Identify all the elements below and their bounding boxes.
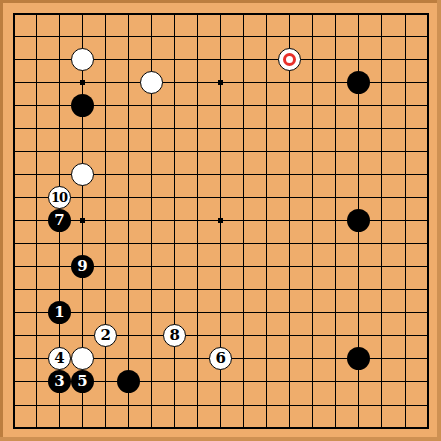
stone-white[interactable] bbox=[140, 71, 163, 94]
star-point bbox=[80, 80, 85, 85]
stone-number: 3 bbox=[54, 374, 64, 389]
stone-white[interactable] bbox=[278, 48, 301, 71]
stone-black[interactable] bbox=[117, 370, 140, 393]
grid-line bbox=[13, 405, 430, 406]
stone-number: 2 bbox=[100, 328, 110, 343]
stone-black[interactable]: 3 bbox=[48, 370, 71, 393]
grid-line bbox=[243, 13, 244, 430]
stone-white[interactable] bbox=[71, 347, 94, 370]
circle-marker-icon bbox=[283, 53, 296, 66]
stone-number: 7 bbox=[54, 213, 64, 228]
bevel-top-edge bbox=[0, 0, 441, 3]
stone-number: 5 bbox=[77, 374, 87, 389]
stone-black[interactable] bbox=[347, 209, 370, 232]
stone-white[interactable] bbox=[71, 163, 94, 186]
stone-number: 4 bbox=[54, 351, 64, 366]
stone-white[interactable] bbox=[71, 48, 94, 71]
star-point bbox=[218, 218, 223, 223]
grid-line bbox=[335, 13, 336, 430]
stone-black[interactable] bbox=[347, 71, 370, 94]
grid-line bbox=[13, 427, 430, 429]
stone-white[interactable]: 2 bbox=[94, 324, 117, 347]
grid-line bbox=[289, 13, 290, 430]
stone-number: 9 bbox=[77, 259, 87, 274]
grid-line bbox=[381, 13, 382, 430]
bevel-right-edge bbox=[437, 0, 441, 441]
grid-line bbox=[312, 13, 313, 430]
stone-black[interactable]: 1 bbox=[48, 301, 71, 324]
stone-white[interactable]: 4 bbox=[48, 347, 71, 370]
grid-line bbox=[13, 312, 430, 313]
bevel-bottom-edge bbox=[0, 437, 441, 441]
stone-black[interactable]: 7 bbox=[48, 209, 71, 232]
star-point bbox=[80, 218, 85, 223]
grid-line bbox=[13, 243, 430, 244]
stone-black[interactable] bbox=[71, 94, 94, 117]
grid-line bbox=[427, 13, 429, 430]
stone-number: 6 bbox=[216, 351, 226, 366]
grid-line bbox=[266, 13, 267, 430]
stone-number: 8 bbox=[169, 328, 179, 343]
bevel-left-edge bbox=[0, 0, 3, 441]
grid-line bbox=[405, 13, 406, 430]
go-board[interactable]: 10791284635 bbox=[0, 0, 441, 441]
star-point bbox=[218, 80, 223, 85]
stone-white[interactable]: 8 bbox=[163, 324, 186, 347]
stone-black[interactable] bbox=[347, 347, 370, 370]
stone-white[interactable]: 6 bbox=[209, 347, 232, 370]
stone-number: 1 bbox=[54, 305, 64, 320]
grid-line bbox=[13, 335, 430, 336]
stone-black[interactable]: 5 bbox=[71, 370, 94, 393]
stone-black[interactable]: 9 bbox=[71, 255, 94, 278]
stone-white[interactable]: 10 bbox=[48, 186, 71, 209]
grid-line bbox=[13, 289, 430, 290]
stone-number: 10 bbox=[51, 191, 67, 204]
